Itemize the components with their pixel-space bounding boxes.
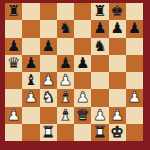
square-b4[interactable]: ♝ — [22, 72, 39, 89]
white-pawn: ♟ — [93, 107, 106, 124]
black-rook: ♜ — [7, 3, 20, 20]
square-c7[interactable] — [40, 20, 57, 37]
square-a8[interactable]: ♜ — [5, 3, 22, 20]
square-g1[interactable]: ♚ — [109, 124, 126, 141]
square-e2[interactable]: ♛ — [74, 107, 91, 124]
square-h2[interactable] — [126, 107, 143, 124]
black-rook: ♜ — [93, 3, 106, 20]
square-f4[interactable] — [91, 72, 108, 89]
square-c8[interactable] — [40, 3, 57, 20]
square-d1[interactable] — [57, 124, 74, 141]
white-bishop: ♝ — [59, 89, 72, 106]
black-pawn: ♟ — [93, 20, 106, 37]
square-c3[interactable]: ♞ — [40, 89, 57, 106]
chess-board: ♜♜♚♞♟♟♟♟♟♞♛♟♟♟♝♟♟♟♞♝♟♟♟♝♛♟♟♜♜♚ — [5, 3, 143, 141]
square-f8[interactable]: ♜ — [91, 3, 108, 20]
square-a1[interactable] — [5, 124, 22, 141]
square-b5[interactable]: ♟ — [22, 55, 39, 72]
square-g4[interactable] — [109, 72, 126, 89]
square-d4[interactable]: ♟ — [57, 72, 74, 89]
black-king: ♚ — [110, 3, 123, 20]
white-knight: ♞ — [41, 89, 54, 106]
white-pawn: ♟ — [7, 107, 20, 124]
square-d3[interactable]: ♝ — [57, 89, 74, 106]
square-b1[interactable] — [22, 124, 39, 141]
square-g2[interactable]: ♟ — [109, 107, 126, 124]
square-g7[interactable]: ♟ — [109, 20, 126, 37]
square-h1[interactable] — [126, 124, 143, 141]
square-h3[interactable]: ♟ — [126, 89, 143, 106]
square-e3[interactable]: ♟ — [74, 89, 91, 106]
square-h7[interactable]: ♟ — [126, 20, 143, 37]
square-b2[interactable] — [22, 107, 39, 124]
square-c4[interactable]: ♟ — [40, 72, 57, 89]
square-f2[interactable]: ♟ — [91, 107, 108, 124]
black-queen: ♛ — [7, 55, 20, 72]
square-b6[interactable] — [22, 38, 39, 55]
square-e6[interactable] — [74, 38, 91, 55]
white-bishop: ♝ — [59, 107, 72, 124]
square-d8[interactable] — [57, 3, 74, 20]
square-a3[interactable] — [5, 89, 22, 106]
white-pawn: ♟ — [76, 89, 89, 106]
square-e5[interactable]: ♟ — [74, 55, 91, 72]
square-g8[interactable]: ♚ — [109, 3, 126, 20]
square-f5[interactable] — [91, 55, 108, 72]
black-pawn: ♟ — [59, 55, 72, 72]
white-pawn: ♟ — [128, 89, 141, 106]
black-pawn: ♟ — [110, 20, 123, 37]
white-rook: ♜ — [41, 124, 54, 141]
white-pawn: ♟ — [41, 72, 54, 89]
square-c2[interactable] — [40, 107, 57, 124]
square-d7[interactable]: ♞ — [57, 20, 74, 37]
square-d6[interactable] — [57, 38, 74, 55]
square-g3[interactable] — [109, 89, 126, 106]
board-frame: ♜♜♚♞♟♟♟♟♟♞♛♟♟♟♝♟♟♟♞♝♟♟♟♝♛♟♟♜♜♚ — [0, 0, 150, 150]
square-g6[interactable] — [109, 38, 126, 55]
square-a7[interactable] — [5, 20, 22, 37]
black-bishop: ♝ — [24, 72, 37, 89]
square-a6[interactable]: ♟ — [5, 38, 22, 55]
square-e4[interactable] — [74, 72, 91, 89]
white-rook: ♜ — [93, 124, 106, 141]
square-h5[interactable] — [126, 55, 143, 72]
square-d2[interactable]: ♝ — [57, 107, 74, 124]
black-knight: ♞ — [59, 20, 72, 37]
square-c5[interactable] — [40, 55, 57, 72]
square-f1[interactable]: ♜ — [91, 124, 108, 141]
square-c6[interactable]: ♟ — [40, 38, 57, 55]
square-f7[interactable]: ♟ — [91, 20, 108, 37]
square-h8[interactable] — [126, 3, 143, 20]
white-pawn: ♟ — [110, 107, 123, 124]
square-d5[interactable]: ♟ — [57, 55, 74, 72]
white-queen: ♛ — [76, 107, 89, 124]
black-knight: ♞ — [93, 38, 106, 55]
square-a4[interactable] — [5, 72, 22, 89]
white-king: ♚ — [110, 124, 123, 141]
black-pawn: ♟ — [7, 38, 20, 55]
square-e8[interactable] — [74, 3, 91, 20]
square-b7[interactable] — [22, 20, 39, 37]
square-f3[interactable] — [91, 89, 108, 106]
square-f6[interactable]: ♞ — [91, 38, 108, 55]
square-e1[interactable] — [74, 124, 91, 141]
black-pawn: ♟ — [128, 20, 141, 37]
square-a2[interactable]: ♟ — [5, 107, 22, 124]
square-g5[interactable] — [109, 55, 126, 72]
black-pawn: ♟ — [76, 55, 89, 72]
square-b3[interactable]: ♟ — [22, 89, 39, 106]
square-c1[interactable]: ♜ — [40, 124, 57, 141]
white-pawn: ♟ — [59, 72, 72, 89]
square-h6[interactable] — [126, 38, 143, 55]
white-pawn: ♟ — [24, 89, 37, 106]
square-h4[interactable] — [126, 72, 143, 89]
black-pawn: ♟ — [41, 38, 54, 55]
square-a5[interactable]: ♛ — [5, 55, 22, 72]
black-pawn: ♟ — [24, 55, 37, 72]
square-b8[interactable] — [22, 3, 39, 20]
square-e7[interactable] — [74, 20, 91, 37]
